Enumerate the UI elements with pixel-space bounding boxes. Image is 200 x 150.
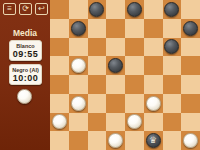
board-cell[interactable] [50,38,69,57]
undo-icon: ↩ [38,4,45,13]
board-cell[interactable] [144,38,163,57]
board-cell[interactable] [181,0,200,19]
refresh-icon: ⟳ [22,4,29,13]
board-cell[interactable] [69,38,88,57]
board-cell[interactable] [144,94,163,113]
board-cell[interactable] [163,0,182,19]
black-man-piece[interactable] [183,21,198,36]
white-man-piece[interactable] [183,133,198,148]
board-cell[interactable] [106,38,125,57]
board-cell[interactable] [125,19,144,38]
white-man-piece[interactable] [52,114,67,129]
board-cell[interactable] [106,0,125,19]
black-clock: Negro (AI) 10:00 [9,64,42,85]
board-cell[interactable] [181,38,200,57]
board-cell[interactable]: ♛ [144,131,163,150]
board-cell[interactable] [144,75,163,94]
board-cell[interactable] [106,75,125,94]
board-cell[interactable] [50,75,69,94]
white-man-piece[interactable] [108,133,123,148]
king-crown-icon: ♛ [149,136,157,145]
board-cell[interactable] [163,75,182,94]
board-cell[interactable] [163,94,182,113]
board-cell[interactable] [125,56,144,75]
board-cell[interactable] [125,94,144,113]
board-cell[interactable] [125,131,144,150]
board-cell[interactable] [106,131,125,150]
white-clock-time: 09:55 [10,49,41,59]
board-cell[interactable] [125,0,144,19]
board-cell[interactable] [163,56,182,75]
undo-button[interactable]: ↩ [35,3,48,15]
board-cell[interactable] [50,56,69,75]
black-king-piece[interactable]: ♛ [146,133,161,148]
board-cell[interactable] [163,19,182,38]
board-cell[interactable] [50,0,69,19]
board-cell[interactable] [125,38,144,57]
board-cell[interactable] [69,19,88,38]
board-cell[interactable] [181,113,200,132]
board-cell[interactable] [163,38,182,57]
board-cell[interactable] [88,113,107,132]
board-cell[interactable] [88,75,107,94]
board-cell[interactable] [50,94,69,113]
board-cell[interactable] [144,19,163,38]
white-man-piece[interactable] [146,96,161,111]
board-cell[interactable] [181,75,200,94]
white-man-piece[interactable] [71,96,86,111]
board-cell[interactable] [88,0,107,19]
menu-button[interactable]: ≡ [3,3,16,15]
refresh-button[interactable]: ⟳ [19,3,32,15]
board-cell[interactable] [88,19,107,38]
board-cell[interactable] [88,56,107,75]
board: ♛ [50,0,200,150]
black-clock-time: 10:00 [10,73,41,83]
black-man-piece[interactable] [108,58,123,73]
board-cell[interactable] [181,19,200,38]
board-cell[interactable] [88,94,107,113]
board-cell[interactable] [69,113,88,132]
white-man-piece[interactable] [71,58,86,73]
turn-indicator-piece [17,89,32,104]
difficulty-label: Media [0,28,50,38]
board-cell[interactable] [106,56,125,75]
toolbar: ≡ ⟳ ↩ [3,3,49,16]
white-man-piece[interactable] [127,114,142,129]
board-cell[interactable] [69,56,88,75]
black-man-piece[interactable] [71,21,86,36]
black-man-piece[interactable] [164,2,179,17]
board-cell[interactable] [125,113,144,132]
black-man-piece[interactable] [89,2,104,17]
board-cell[interactable] [144,56,163,75]
white-clock: Blanco 09:55 [9,40,42,61]
board-cell[interactable] [69,94,88,113]
board-cell[interactable] [181,131,200,150]
board-cell[interactable] [106,113,125,132]
board-cell[interactable] [163,131,182,150]
board-cell[interactable] [106,94,125,113]
board-cell[interactable] [69,75,88,94]
board-cell[interactable] [125,75,144,94]
board-cell[interactable] [50,19,69,38]
board-cell[interactable] [181,94,200,113]
board-cell[interactable] [69,0,88,19]
black-man-piece[interactable] [164,39,179,54]
board-cell[interactable] [144,113,163,132]
menu-icon: ≡ [7,4,12,13]
black-man-piece[interactable] [127,2,142,17]
board-cell[interactable] [88,38,107,57]
board-cell[interactable] [69,131,88,150]
board-cell[interactable] [181,56,200,75]
board-cell[interactable] [144,0,163,19]
board-cell[interactable] [163,113,182,132]
sidebar: ≡ ⟳ ↩ Media Blanco 09:55 Negro (AI) 10:0… [0,0,50,150]
board-cell[interactable] [88,131,107,150]
board-cell[interactable] [50,113,69,132]
board-cell[interactable] [50,131,69,150]
board-cell[interactable] [106,19,125,38]
